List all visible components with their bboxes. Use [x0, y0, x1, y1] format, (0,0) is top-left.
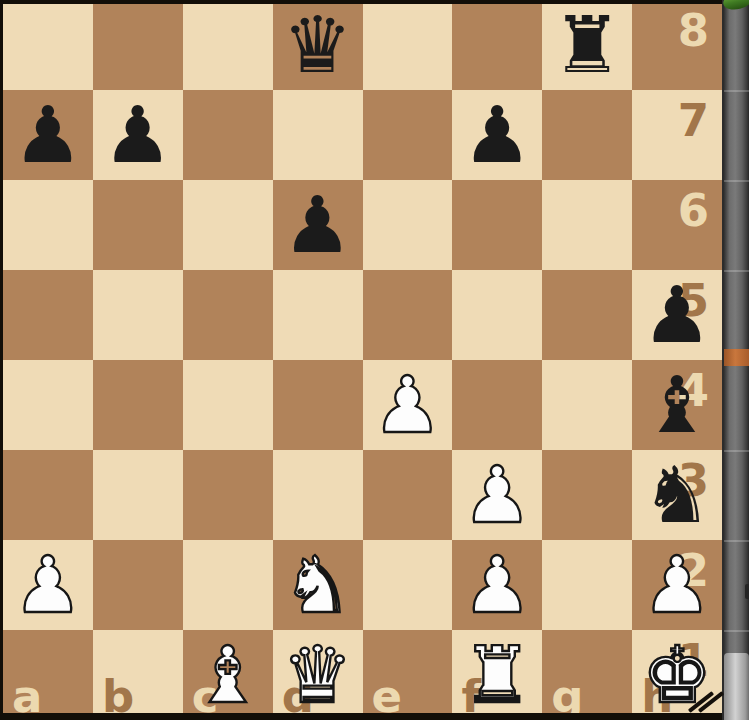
piece-black-pawn-a7[interactable]: ♟	[3, 90, 93, 180]
square-c2[interactable]	[183, 540, 273, 630]
piece-white-king-h1[interactable]: ♚	[632, 630, 722, 720]
square-d3[interactable]	[273, 450, 363, 540]
square-b5[interactable]	[93, 270, 183, 360]
square-h8[interactable]	[632, 0, 722, 90]
square-a1[interactable]	[3, 630, 93, 720]
square-g1[interactable]	[542, 630, 632, 720]
square-f4[interactable]	[452, 360, 542, 450]
square-e2[interactable]	[363, 540, 453, 630]
square-g2[interactable]	[542, 540, 632, 630]
chess-app-window: 87654321abcdefgh♛♜♟♟♟♟♟♝♞♟♟♟♞♟♟♝♛♜♚	[0, 0, 749, 720]
piece-white-pawn-f3[interactable]: ♟	[452, 450, 542, 540]
square-f5[interactable]	[452, 270, 542, 360]
piece-white-pawn-f2[interactable]: ♟	[452, 540, 542, 630]
strip-seam	[724, 540, 749, 542]
piece-black-rook-g8[interactable]: ♜	[542, 0, 632, 90]
board-edge-top	[0, 0, 749, 4]
square-g6[interactable]	[542, 180, 632, 270]
square-c8[interactable]	[183, 0, 273, 90]
piece-black-knight-h3[interactable]: ♞	[632, 450, 722, 540]
square-e1[interactable]	[363, 630, 453, 720]
square-h7[interactable]	[632, 90, 722, 180]
piece-white-pawn-e4[interactable]: ♟	[363, 360, 453, 450]
square-f6[interactable]	[452, 180, 542, 270]
square-a8[interactable]	[3, 0, 93, 90]
board-edge-left	[0, 0, 3, 720]
square-a3[interactable]	[3, 450, 93, 540]
square-b1[interactable]	[93, 630, 183, 720]
square-c4[interactable]	[183, 360, 273, 450]
square-h6[interactable]	[632, 180, 722, 270]
chess-board[interactable]: 87654321abcdefgh♛♜♟♟♟♟♟♝♞♟♟♟♞♟♟♝♛♜♚	[0, 0, 722, 720]
scrollbar-track[interactable]	[722, 0, 749, 720]
piece-black-bishop-h4[interactable]: ♝	[632, 360, 722, 450]
square-b4[interactable]	[93, 360, 183, 450]
square-b8[interactable]	[93, 0, 183, 90]
scroll-position-marker	[724, 349, 749, 366]
square-e3[interactable]	[363, 450, 453, 540]
square-e5[interactable]	[363, 270, 453, 360]
square-c6[interactable]	[183, 180, 273, 270]
piece-white-knight-d2[interactable]: ♞	[273, 540, 363, 630]
square-c7[interactable]	[183, 90, 273, 180]
strip-seam	[724, 180, 749, 182]
square-g5[interactable]	[542, 270, 632, 360]
square-c3[interactable]	[183, 450, 273, 540]
piece-white-bishop-c1[interactable]: ♝	[183, 630, 273, 720]
square-e6[interactable]	[363, 180, 453, 270]
strip-seam	[724, 630, 749, 632]
piece-white-pawn-a2[interactable]: ♟	[3, 540, 93, 630]
square-g7[interactable]	[542, 90, 632, 180]
square-c5[interactable]	[183, 270, 273, 360]
square-a5[interactable]	[3, 270, 93, 360]
square-a4[interactable]	[3, 360, 93, 450]
piece-black-pawn-h5[interactable]: ♟	[632, 270, 722, 360]
square-g3[interactable]	[542, 450, 632, 540]
piece-black-queen-d8[interactable]: ♛	[273, 0, 363, 90]
strip-notch	[745, 584, 749, 599]
strip-seam	[724, 270, 749, 272]
piece-white-pawn-h2[interactable]: ♟	[632, 540, 722, 630]
board-edge-bottom	[0, 713, 722, 720]
piece-white-rook-f1[interactable]: ♜	[452, 630, 542, 720]
square-a6[interactable]	[3, 180, 93, 270]
square-e8[interactable]	[363, 0, 453, 90]
piece-black-pawn-b7[interactable]: ♟	[93, 90, 183, 180]
square-b3[interactable]	[93, 450, 183, 540]
square-d7[interactable]	[273, 90, 363, 180]
square-e7[interactable]	[363, 90, 453, 180]
strip-seam	[724, 90, 749, 92]
piece-white-queen-d1[interactable]: ♛	[273, 630, 363, 720]
square-d5[interactable]	[273, 270, 363, 360]
square-b6[interactable]	[93, 180, 183, 270]
piece-black-pawn-f7[interactable]: ♟	[452, 90, 542, 180]
square-b2[interactable]	[93, 540, 183, 630]
square-f8[interactable]	[452, 0, 542, 90]
piece-black-pawn-d6[interactable]: ♟	[273, 180, 363, 270]
square-g4[interactable]	[542, 360, 632, 450]
square-d4[interactable]	[273, 360, 363, 450]
scrollbar-thumb[interactable]	[724, 653, 749, 720]
strip-seam	[724, 450, 749, 452]
